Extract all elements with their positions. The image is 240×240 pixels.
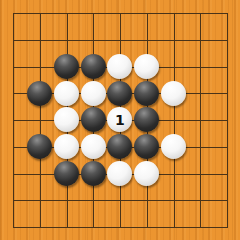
intersection-2-3[interactable]: [53, 80, 80, 107]
intersection-8-4[interactable]: [213, 107, 240, 134]
intersection-2-1[interactable]: [53, 27, 80, 54]
intersection-5-1[interactable]: [133, 27, 160, 54]
intersection-6-7[interactable]: [160, 187, 187, 214]
intersection-1-7[interactable]: [27, 187, 54, 214]
intersection-1-1[interactable]: [27, 27, 54, 54]
intersection-4-5[interactable]: [107, 133, 134, 160]
white-stone: [161, 81, 186, 106]
intersection-0-4[interactable]: [0, 107, 27, 134]
intersection-1-2[interactable]: [27, 53, 54, 80]
black-stone: [27, 81, 52, 106]
move-number-label: 1: [115, 113, 125, 127]
intersection-3-3[interactable]: [80, 80, 107, 107]
intersection-2-2[interactable]: [53, 53, 80, 80]
intersection-2-7[interactable]: [53, 187, 80, 214]
intersection-6-8[interactable]: [160, 213, 187, 240]
intersection-5-0[interactable]: [133, 0, 160, 27]
black-stone: [27, 134, 52, 159]
intersection-4-4[interactable]: 1: [107, 107, 134, 134]
intersection-5-8[interactable]: [133, 213, 160, 240]
white-stone: [134, 54, 159, 79]
black-stone: [81, 54, 106, 79]
intersection-6-5[interactable]: [160, 133, 187, 160]
intersection-0-5[interactable]: [0, 133, 27, 160]
intersection-2-5[interactable]: [53, 133, 80, 160]
intersection-5-7[interactable]: [133, 187, 160, 214]
intersection-1-6[interactable]: [27, 160, 54, 187]
intersection-2-8[interactable]: [53, 213, 80, 240]
intersection-4-6[interactable]: [107, 160, 134, 187]
intersection-4-2[interactable]: [107, 53, 134, 80]
intersection-4-8[interactable]: [107, 213, 134, 240]
black-stone: [107, 134, 132, 159]
white-stone: [54, 134, 79, 159]
intersection-6-4[interactable]: [160, 107, 187, 134]
intersection-8-8[interactable]: [213, 213, 240, 240]
intersection-7-4[interactable]: [187, 107, 214, 134]
intersection-0-3[interactable]: [0, 80, 27, 107]
intersection-7-7[interactable]: [187, 187, 214, 214]
intersection-5-4[interactable]: [133, 107, 160, 134]
intersection-6-6[interactable]: [160, 160, 187, 187]
intersection-7-2[interactable]: [187, 53, 214, 80]
black-stone: [54, 161, 79, 186]
intersection-3-4[interactable]: [80, 107, 107, 134]
intersection-5-6[interactable]: [133, 160, 160, 187]
intersection-7-8[interactable]: [187, 213, 214, 240]
intersection-8-7[interactable]: [213, 187, 240, 214]
intersection-3-1[interactable]: [80, 27, 107, 54]
intersection-2-0[interactable]: [53, 0, 80, 27]
white-stone: [54, 107, 79, 132]
intersection-4-1[interactable]: [107, 27, 134, 54]
board-grid[interactable]: 1: [0, 0, 240, 240]
black-stone: [54, 54, 79, 79]
white-stone: [81, 81, 106, 106]
intersection-2-6[interactable]: [53, 160, 80, 187]
intersection-7-5[interactable]: [187, 133, 214, 160]
intersection-0-0[interactable]: [0, 0, 27, 27]
intersection-7-6[interactable]: [187, 160, 214, 187]
black-stone: [134, 134, 159, 159]
intersection-6-3[interactable]: [160, 80, 187, 107]
intersection-4-3[interactable]: [107, 80, 134, 107]
intersection-2-4[interactable]: [53, 107, 80, 134]
intersection-6-0[interactable]: [160, 0, 187, 27]
intersection-0-2[interactable]: [0, 53, 27, 80]
black-stone: [134, 81, 159, 106]
intersection-8-0[interactable]: [213, 0, 240, 27]
intersection-8-6[interactable]: [213, 160, 240, 187]
intersection-8-3[interactable]: [213, 80, 240, 107]
intersection-4-0[interactable]: [107, 0, 134, 27]
white-stone: [161, 134, 186, 159]
go-board: 1: [0, 0, 240, 240]
intersection-3-6[interactable]: [80, 160, 107, 187]
intersection-6-1[interactable]: [160, 27, 187, 54]
white-stone: [54, 81, 79, 106]
intersection-3-8[interactable]: [80, 213, 107, 240]
intersection-7-0[interactable]: [187, 0, 214, 27]
black-stone: [107, 81, 132, 106]
black-stone: [81, 161, 106, 186]
white-stone: 1: [107, 107, 132, 132]
intersection-0-8[interactable]: [0, 213, 27, 240]
intersection-8-5[interactable]: [213, 133, 240, 160]
intersection-1-0[interactable]: [27, 0, 54, 27]
intersection-0-7[interactable]: [0, 187, 27, 214]
intersection-4-7[interactable]: [107, 187, 134, 214]
black-stone: [134, 107, 159, 132]
intersection-8-1[interactable]: [213, 27, 240, 54]
intersection-1-5[interactable]: [27, 133, 54, 160]
intersection-3-5[interactable]: [80, 133, 107, 160]
intersection-5-2[interactable]: [133, 53, 160, 80]
intersection-3-2[interactable]: [80, 53, 107, 80]
intersection-0-6[interactable]: [0, 160, 27, 187]
black-stone: [81, 107, 106, 132]
intersection-5-3[interactable]: [133, 80, 160, 107]
white-stone: [134, 161, 159, 186]
intersection-8-2[interactable]: [213, 53, 240, 80]
intersection-3-0[interactable]: [80, 0, 107, 27]
intersection-5-5[interactable]: [133, 133, 160, 160]
intersection-3-7[interactable]: [80, 187, 107, 214]
white-stone: [107, 161, 132, 186]
intersection-6-2[interactable]: [160, 53, 187, 80]
white-stone: [107, 54, 132, 79]
intersection-0-1[interactable]: [0, 27, 27, 54]
intersection-7-3[interactable]: [187, 80, 214, 107]
white-stone: [81, 134, 106, 159]
intersection-1-3[interactable]: [27, 80, 54, 107]
intersection-1-4[interactable]: [27, 107, 54, 134]
intersection-7-1[interactable]: [187, 27, 214, 54]
intersection-1-8[interactable]: [27, 213, 54, 240]
